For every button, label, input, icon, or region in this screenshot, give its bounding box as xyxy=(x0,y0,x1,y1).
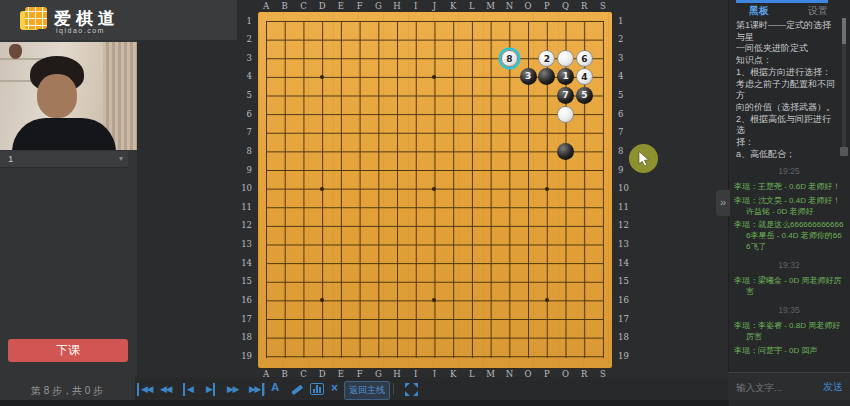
step-forward-button[interactable]: ▶ xyxy=(206,383,215,396)
move-number: 8 xyxy=(502,51,517,67)
bottom-edge-strip xyxy=(0,400,850,406)
send-button[interactable]: 发送 xyxy=(823,380,843,394)
toolbar-divider xyxy=(393,383,394,395)
text-tool-button[interactable]: A xyxy=(271,381,279,393)
instructor-torso xyxy=(12,118,116,150)
bar-chart-icon xyxy=(316,385,318,393)
stone-black-Q4: 1 xyxy=(557,68,574,85)
stone-black-O4: 3 xyxy=(520,68,537,85)
row-label-right: 14 xyxy=(618,258,632,269)
collapse-panel-button[interactable]: » xyxy=(716,190,730,216)
row-label-left: 6 xyxy=(238,109,252,120)
instructor-face xyxy=(37,74,77,118)
row-label-left: 18 xyxy=(238,332,252,343)
bar-chart-icon xyxy=(319,387,321,393)
row-label-left: 17 xyxy=(238,314,252,325)
coord-label-top: L xyxy=(463,1,481,11)
row-label-right: 6 xyxy=(618,109,632,120)
row-label-right: 4 xyxy=(618,71,632,82)
row-label-left: 9 xyxy=(238,165,252,176)
row-label-right: 17 xyxy=(618,314,632,325)
move-number: 2 xyxy=(539,51,554,67)
camera-select[interactable]: 1 ▾ xyxy=(0,151,128,168)
row-label-right: 3 xyxy=(618,53,632,64)
fast-rewind-button[interactable]: ◀◀ xyxy=(160,383,171,396)
coord-label-top: D xyxy=(313,1,331,11)
move-number: 6 xyxy=(577,51,592,67)
coord-label-top: O xyxy=(519,1,537,11)
row-label-right: 10 xyxy=(618,183,632,194)
coord-label-top: J xyxy=(425,1,443,11)
row-label-left: 2 xyxy=(238,34,252,45)
move-status: 第 8 步，共 0 步 xyxy=(0,384,134,398)
fullscreen-button[interactable] xyxy=(405,383,418,396)
pen-icon xyxy=(291,385,303,395)
stone-black-Q8 xyxy=(557,143,574,160)
row-label-left: 19 xyxy=(238,351,252,362)
chat-timestamp: 19:25 xyxy=(734,166,844,176)
row-label-left: 5 xyxy=(238,90,252,101)
pointer-cursor-icon xyxy=(629,144,658,173)
row-label-left: 13 xyxy=(238,239,252,250)
row-label-right: 13 xyxy=(618,239,632,250)
chat-message: 李琨：就是这么6666666666666李星岳 - 0.4D 老师你的666飞了 xyxy=(734,219,844,252)
move-number: 3 xyxy=(520,68,537,84)
chat-timestamp: 19:32 xyxy=(734,260,844,270)
row-label-left: 11 xyxy=(238,202,252,213)
row-label-left: 7 xyxy=(238,127,252,138)
row-label-left: 4 xyxy=(238,71,252,82)
row-label-left: 15 xyxy=(238,276,252,287)
row-label-right: 16 xyxy=(618,295,632,306)
coord-label-top: R xyxy=(575,1,593,11)
end-class-button[interactable]: 下课 xyxy=(8,339,128,362)
stone-white-N3: 8 xyxy=(501,50,518,67)
coord-label-top: A xyxy=(257,1,275,11)
active-tab-indicator xyxy=(736,0,828,3)
chat-message: 李琨：梁曦金 - 0D 周老师好厉害 xyxy=(734,275,844,297)
row-label-right: 12 xyxy=(618,220,632,231)
coord-label-top: G xyxy=(369,1,387,11)
chat-input[interactable] xyxy=(734,378,810,396)
move-number: 7 xyxy=(557,87,574,103)
chat-timestamp: 19:35 xyxy=(734,305,844,315)
stone-white-Q6 xyxy=(557,106,574,123)
webcam-video xyxy=(0,42,137,150)
row-label-right: 7 xyxy=(618,127,632,138)
notes-panel: 第1课时——定式的选择与星 一间低夹进阶定式 知识点： 1、根据方向进行选择： … xyxy=(728,16,850,158)
chat-message: 李琨：李姿睿 - 0.8D 周老师好厉害 xyxy=(734,320,844,342)
coord-label-top: F xyxy=(351,1,369,11)
expand-arrow-icon xyxy=(405,391,410,396)
camera-select-value: 1 xyxy=(8,151,13,167)
coord-label-top: E xyxy=(332,1,350,11)
coord-label-top: C xyxy=(294,1,312,11)
coord-label-top: B xyxy=(276,1,294,11)
chat-message: 李琨：沈文昊 - 0.4D 老师好！许益铭 - 0D 老师好 xyxy=(734,195,844,217)
fast-forward-button[interactable]: ▶▶ xyxy=(227,383,238,396)
row-label-right: 9 xyxy=(618,165,632,176)
row-label-right: 2 xyxy=(618,34,632,45)
move-number: 1 xyxy=(557,68,574,84)
row-label-right: 5 xyxy=(618,90,632,101)
brand-domain: iqidao.com xyxy=(56,27,105,34)
row-label-right: 15 xyxy=(618,276,632,287)
stone-black-Q5: 7 xyxy=(557,87,574,104)
chart-tool-button[interactable] xyxy=(310,383,324,395)
iqidao-logo-icon xyxy=(20,7,48,34)
star-point xyxy=(545,187,549,191)
row-label-right: 19 xyxy=(618,351,632,362)
coord-label-top: H xyxy=(388,1,406,11)
stone-white-Q3 xyxy=(557,50,574,67)
skip-to-last-button[interactable]: ▶▶ xyxy=(249,383,264,396)
app-window: 爱棋道 iqidao.com 1 ▾ 下课 第 8 步，共 0 步 AABBCC… xyxy=(0,0,850,406)
row-label-right: 18 xyxy=(618,332,632,343)
coord-label-top: K xyxy=(444,1,462,11)
expand-arrow-icon xyxy=(405,383,410,388)
notes-text: 第1课时——定式的选择与星 一间低夹进阶定式 知识点： 1、根据方向进行选择： … xyxy=(736,20,838,158)
expand-arrow-icon xyxy=(413,383,418,388)
expand-arrow-icon xyxy=(413,391,418,396)
bottom-toolbar xyxy=(135,377,728,400)
toolbar-divider xyxy=(264,383,265,395)
chat-message: 李琨：问楚宇 - 0D 回声 xyxy=(734,345,844,356)
scroll-down-arrow[interactable] xyxy=(840,147,848,156)
star-point xyxy=(320,187,324,191)
logo-goboard-square xyxy=(25,7,47,29)
bar-chart-icon xyxy=(313,389,315,393)
row-label-left: 3 xyxy=(238,53,252,64)
chat-input-bar: 发送 xyxy=(728,372,850,400)
delete-tool-button[interactable]: × xyxy=(331,381,338,395)
skip-to-first-button[interactable]: ◀◀ xyxy=(137,383,152,396)
coord-label-top: P xyxy=(538,1,556,11)
coord-label-top: Q xyxy=(557,1,575,11)
row-label-left: 8 xyxy=(238,146,252,157)
row-label-left: 10 xyxy=(238,183,252,194)
notes-scrollbar-thumb[interactable] xyxy=(842,18,846,44)
move-number: 5 xyxy=(576,87,593,103)
row-label-right: 1 xyxy=(618,16,632,27)
back-to-mainline-button[interactable]: 返回主线 xyxy=(344,381,390,400)
row-label-left: 16 xyxy=(238,295,252,306)
coord-label-top: M xyxy=(482,1,500,11)
row-label-left: 1 xyxy=(238,16,252,27)
coord-label-top: S xyxy=(594,1,612,11)
chat-message: 李琨：王楚尧 - 0.6D 老师好！ xyxy=(734,181,844,192)
step-back-button[interactable]: ◀ xyxy=(183,383,192,396)
stone-white-R3: 6 xyxy=(576,50,593,67)
stone-white-P3: 2 xyxy=(538,50,555,67)
row-label-left: 12 xyxy=(238,220,252,231)
star-point xyxy=(320,75,324,79)
stone-black-R5: 5 xyxy=(576,87,593,104)
coord-label-top: N xyxy=(500,1,518,11)
row-label-right: 11 xyxy=(618,202,632,213)
chevron-down-icon: ▾ xyxy=(119,151,123,167)
teapot xyxy=(9,44,22,59)
coord-label-top: I xyxy=(407,1,425,11)
stone-white-R4: 4 xyxy=(576,68,593,85)
move-number: 4 xyxy=(577,69,592,85)
row-label-left: 14 xyxy=(238,258,252,269)
pen-tool-button[interactable] xyxy=(291,383,304,396)
chat-list: 19:25李琨：王楚尧 - 0.6D 老师好！李琨：沈文昊 - 0.4D 老师好… xyxy=(728,158,850,370)
